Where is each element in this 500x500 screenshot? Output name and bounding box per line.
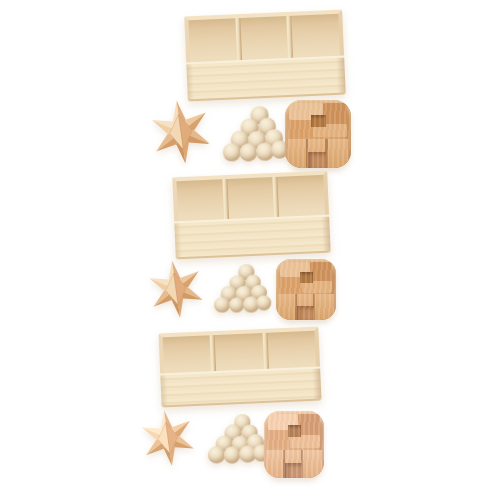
cube-piece	[290, 435, 321, 448]
wooden-ball	[252, 444, 270, 462]
tray-divider	[222, 179, 229, 223]
tray-compartment	[267, 331, 316, 373]
star-center-rhombus	[163, 272, 188, 307]
wooden-ball	[239, 143, 258, 162]
star-facet	[172, 260, 182, 289]
star-facet	[170, 101, 181, 133]
tray-compartment	[215, 333, 264, 375]
wooden-ball	[229, 275, 246, 292]
star-center-rhombus	[167, 113, 195, 151]
cube-piece	[310, 262, 332, 281]
wooden-ball	[238, 264, 255, 281]
star-facet	[156, 422, 170, 454]
tray-compartment	[188, 18, 237, 66]
star-facet	[179, 112, 208, 132]
star-facet	[174, 271, 201, 289]
star-facet	[166, 260, 176, 289]
wooden-ball	[231, 435, 249, 453]
wooden-ball	[264, 129, 283, 148]
star-facets	[150, 97, 213, 167]
cube-front-face	[288, 139, 349, 168]
cube-notch	[311, 115, 326, 127]
tray-compartment	[163, 335, 212, 377]
wooden-ball	[240, 118, 259, 137]
ball-pyramid-puzzle	[222, 104, 292, 170]
star-facet	[168, 435, 194, 452]
wooden-ball	[255, 295, 272, 312]
tray-divider	[210, 335, 217, 375]
star-burr-puzzle	[140, 406, 196, 470]
wooden-ball	[250, 106, 269, 125]
star-facet	[168, 435, 194, 452]
cube-front-notch	[297, 306, 314, 320]
star-facet	[164, 409, 173, 438]
star-facet	[181, 128, 210, 148]
wooden-ball	[270, 140, 289, 159]
cube-front-notch	[285, 463, 302, 478]
wooden-ball	[215, 435, 233, 453]
wooden-ball	[243, 296, 260, 313]
wooden-ball	[248, 130, 267, 149]
cube-piece	[289, 120, 313, 138]
wooden-ball	[236, 285, 253, 302]
star-burr-puzzle	[146, 259, 206, 319]
star-burr-graphic	[142, 255, 210, 323]
star-facet	[142, 424, 168, 441]
star-facet	[177, 100, 188, 132]
star-burr-puzzle	[146, 99, 216, 165]
cube-top-face	[268, 414, 321, 448]
tray-divider	[287, 16, 294, 62]
star-center-rhombus	[156, 421, 180, 455]
cube-piece	[268, 430, 290, 447]
star-facet	[166, 421, 192, 438]
wooden-ball	[233, 414, 251, 432]
wood-grain-texture	[276, 259, 336, 320]
tray-opening	[172, 171, 329, 230]
star-facet	[149, 275, 176, 293]
star-facet	[176, 286, 203, 304]
tray-divider	[235, 18, 242, 64]
cube-piece	[280, 262, 311, 277]
tray-divider	[273, 177, 280, 221]
wooden-ball	[230, 130, 249, 149]
tray-compartment	[227, 177, 275, 223]
cube-notch	[300, 272, 314, 283]
cube-notch	[288, 425, 302, 437]
star-facet	[152, 116, 181, 136]
wooden-ball	[222, 143, 241, 162]
star-burr-graphic	[136, 402, 200, 473]
wooden-ball	[221, 286, 238, 303]
star-facet	[181, 128, 210, 148]
star-facet	[151, 289, 178, 307]
product-set-3	[0, 0, 500, 500]
wooden-ball	[250, 284, 267, 301]
wooden-storage-tray	[184, 10, 346, 102]
cube-front-face	[278, 294, 333, 320]
star-facet	[179, 113, 195, 150]
wooden-ball	[258, 117, 277, 136]
star-facets	[140, 407, 195, 469]
star-facet	[176, 288, 186, 317]
tray-opening	[184, 10, 344, 71]
tray-compartment	[292, 14, 341, 62]
cube-burr-puzzle	[264, 411, 324, 478]
star-facet	[163, 273, 178, 306]
product-set-1	[0, 0, 500, 500]
star-facet	[154, 132, 183, 152]
product-photo	[0, 0, 500, 500]
star-facet	[179, 112, 208, 132]
wooden-ball	[255, 142, 274, 161]
product-set-2	[0, 0, 500, 500]
wooden-ball	[224, 424, 242, 442]
cube-piece	[289, 103, 323, 119]
cube-piece	[280, 277, 302, 293]
tray-opening	[158, 327, 320, 382]
wooden-ball	[239, 445, 257, 463]
wooden-ball	[245, 274, 262, 291]
tray-front-panel	[160, 366, 321, 407]
wooden-ball	[241, 424, 259, 442]
cube-burr-puzzle	[276, 259, 336, 320]
star-facet	[154, 132, 183, 152]
ball-pyramid-puzzle	[213, 262, 275, 321]
cube-piece	[323, 103, 347, 124]
wooden-storage-tray	[158, 327, 321, 408]
wood-grain-texture	[264, 411, 324, 478]
cube-piece	[302, 281, 333, 293]
star-burr-graphic	[142, 94, 221, 169]
wooden-ball	[207, 446, 225, 464]
cube-piece	[268, 414, 299, 430]
star-facet	[181, 131, 192, 163]
star-facets	[147, 257, 204, 321]
cube-piece	[313, 124, 347, 137]
star-facet	[174, 272, 189, 305]
cube-burr-puzzle	[285, 100, 351, 168]
star-facet	[176, 286, 203, 304]
star-facet	[167, 114, 183, 151]
star-facet	[170, 289, 180, 318]
cube-top-face	[289, 103, 347, 137]
tray-compartment	[278, 175, 326, 221]
star-facet	[162, 438, 171, 467]
star-facet	[168, 437, 177, 466]
wooden-storage-tray	[172, 171, 330, 260]
cube-front-face	[266, 450, 321, 478]
tray-compartment	[176, 179, 224, 225]
tray-front-panel	[174, 215, 330, 259]
star-facet	[142, 424, 168, 441]
cube-top-face	[280, 262, 333, 293]
tray-divider	[262, 333, 269, 373]
tray-compartment	[240, 16, 289, 64]
wood-grain-texture	[285, 100, 351, 168]
star-facet	[144, 438, 170, 455]
star-facet	[144, 438, 170, 455]
tray-front-panel	[186, 55, 346, 101]
star-facet	[166, 421, 192, 438]
wooden-ball	[223, 446, 241, 464]
star-facet	[151, 289, 178, 307]
star-facet	[166, 421, 180, 453]
star-facet	[174, 271, 201, 289]
star-facet	[175, 132, 186, 164]
wooden-ball	[228, 297, 245, 314]
star-facet	[152, 116, 181, 136]
star-facet	[159, 410, 168, 439]
wooden-ball	[247, 434, 265, 452]
cube-piece	[298, 414, 320, 435]
star-facet	[149, 275, 176, 293]
wooden-ball	[213, 297, 230, 314]
cube-front-notch	[308, 152, 326, 168]
ball-pyramid-puzzle	[207, 412, 273, 470]
